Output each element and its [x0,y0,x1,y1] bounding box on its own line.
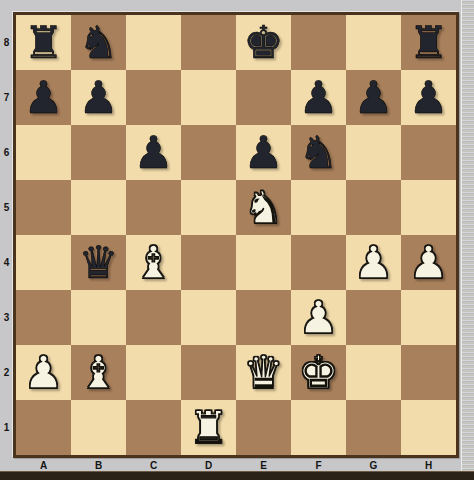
piece-black-pawn-b7[interactable]: ♟ [78,70,118,125]
square-f8[interactable] [291,15,346,70]
square-c8[interactable] [126,15,181,70]
piece-white-bishop-b2[interactable]: ♝ [78,345,118,400]
square-e8[interactable]: ♚ [236,15,291,70]
piece-white-pawn-f3[interactable]: ♟ [298,290,338,345]
square-d5[interactable] [181,180,236,235]
file-label-g: G [346,458,401,472]
square-g5[interactable] [346,180,401,235]
file-label-h: H [401,458,456,472]
rank-label-2: 2 [0,345,13,400]
chess-board: ♜♞♚♜♟♟♟♟♟♟♟♞♞♛♝♟♟♟♟♝♛♚♜ [16,15,456,455]
square-e6[interactable]: ♟ [236,125,291,180]
piece-black-knight-b8[interactable]: ♞ [78,15,118,70]
square-b8[interactable]: ♞ [71,15,126,70]
square-d2[interactable] [181,345,236,400]
square-c3[interactable] [126,290,181,345]
file-label-e: E [236,458,291,472]
square-e1[interactable] [236,400,291,455]
piece-black-queen-b4[interactable]: ♛ [78,235,118,290]
file-label-f: F [291,458,346,472]
square-a1[interactable] [16,400,71,455]
square-e7[interactable] [236,70,291,125]
square-a8[interactable]: ♜ [16,15,71,70]
square-c1[interactable] [126,400,181,455]
square-h7[interactable]: ♟ [401,70,456,125]
square-b2[interactable]: ♝ [71,345,126,400]
file-label-d: D [181,458,236,472]
file-label-a: A [16,458,71,472]
square-d6[interactable] [181,125,236,180]
square-f3[interactable]: ♟ [291,290,346,345]
piece-black-knight-f6[interactable]: ♞ [298,125,338,180]
piece-black-king-e8[interactable]: ♚ [243,15,283,70]
square-h2[interactable] [401,345,456,400]
square-g4[interactable]: ♟ [346,235,401,290]
chess-app-window: 87654321 ♜♞♚♜♟♟♟♟♟♟♟♞♞♛♝♟♟♟♟♝♛♚♜ ABCDEFG… [0,0,474,480]
square-b4[interactable]: ♛ [71,235,126,290]
square-d1[interactable]: ♜ [181,400,236,455]
square-e4[interactable] [236,235,291,290]
square-g6[interactable] [346,125,401,180]
square-g2[interactable] [346,345,401,400]
square-h1[interactable] [401,400,456,455]
bottom-bar [0,471,474,480]
piece-black-pawn-g7[interactable]: ♟ [353,70,393,125]
piece-black-pawn-a7[interactable]: ♟ [23,70,63,125]
square-h5[interactable] [401,180,456,235]
rank-label-5: 5 [0,180,13,235]
square-g7[interactable]: ♟ [346,70,401,125]
rank-label-6: 6 [0,125,13,180]
square-b5[interactable] [71,180,126,235]
square-b1[interactable] [71,400,126,455]
rank-label-8: 8 [0,15,13,70]
piece-black-rook-a8[interactable]: ♜ [23,15,63,70]
square-b6[interactable] [71,125,126,180]
square-a2[interactable]: ♟ [16,345,71,400]
piece-white-bishop-c4[interactable]: ♝ [133,235,173,290]
rank-label-7: 7 [0,70,13,125]
rank-label-4: 4 [0,235,13,290]
square-b7[interactable]: ♟ [71,70,126,125]
file-label-c: C [126,458,181,472]
square-f6[interactable]: ♞ [291,125,346,180]
rank-labels: 87654321 [0,15,13,455]
square-a6[interactable] [16,125,71,180]
square-f5[interactable] [291,180,346,235]
rank-label-1: 1 [0,400,13,455]
square-f7[interactable]: ♟ [291,70,346,125]
square-c7[interactable] [126,70,181,125]
square-g8[interactable] [346,15,401,70]
square-e3[interactable] [236,290,291,345]
square-a5[interactable] [16,180,71,235]
square-c6[interactable]: ♟ [126,125,181,180]
square-d4[interactable] [181,235,236,290]
square-g3[interactable] [346,290,401,345]
square-f1[interactable] [291,400,346,455]
square-g1[interactable] [346,400,401,455]
file-labels: ABCDEFGH [16,458,456,472]
square-f2[interactable]: ♚ [291,345,346,400]
piece-black-rook-h8[interactable]: ♜ [408,15,448,70]
piece-black-pawn-c6[interactable]: ♟ [133,125,173,180]
square-c2[interactable] [126,345,181,400]
piece-black-pawn-h7[interactable]: ♟ [408,70,448,125]
piece-white-queen-e2[interactable]: ♛ [243,345,283,400]
square-h8[interactable]: ♜ [401,15,456,70]
square-d7[interactable] [181,70,236,125]
square-d8[interactable] [181,15,236,70]
square-b3[interactable] [71,290,126,345]
file-label-b: B [71,458,126,472]
square-a4[interactable] [16,235,71,290]
square-c4[interactable]: ♝ [126,235,181,290]
vertical-scrollbar[interactable] [461,0,474,472]
piece-white-king-f2[interactable]: ♚ [298,345,338,400]
square-e5[interactable]: ♞ [236,180,291,235]
square-c5[interactable] [126,180,181,235]
piece-white-knight-e5[interactable]: ♞ [243,180,283,235]
piece-white-rook-d1[interactable]: ♜ [188,400,228,455]
rank-label-3: 3 [0,290,13,345]
piece-white-pawn-h4[interactable]: ♟ [408,235,448,290]
square-d3[interactable] [181,290,236,345]
square-h4[interactable]: ♟ [401,235,456,290]
piece-black-pawn-f7[interactable]: ♟ [298,70,338,125]
square-h3[interactable] [401,290,456,345]
square-e2[interactable]: ♛ [236,345,291,400]
square-a7[interactable]: ♟ [16,70,71,125]
square-a3[interactable] [16,290,71,345]
piece-black-pawn-e6[interactable]: ♟ [243,125,283,180]
square-f4[interactable] [291,235,346,290]
piece-white-pawn-a2[interactable]: ♟ [23,345,63,400]
square-h6[interactable] [401,125,456,180]
board-frame: ♜♞♚♜♟♟♟♟♟♟♟♞♞♛♝♟♟♟♟♝♛♚♜ [13,12,459,458]
piece-white-pawn-g4[interactable]: ♟ [353,235,393,290]
